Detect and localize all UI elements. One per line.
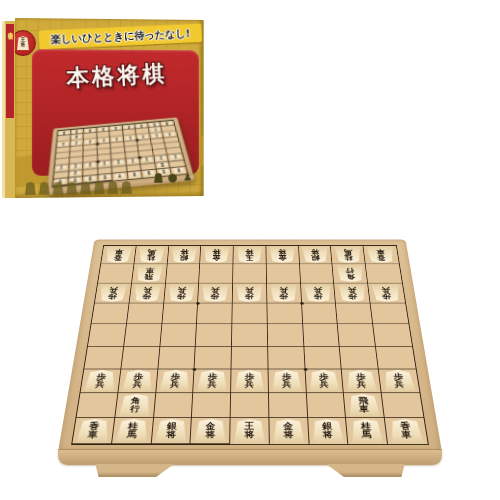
piece-character: 馬 [127, 430, 138, 439]
piece-character: 歩 [279, 293, 288, 300]
piece-character: 歩 [211, 293, 220, 300]
board-cell: 玉将 [233, 246, 266, 264]
board-cell [192, 393, 231, 418]
board-cell: 銀将 [308, 418, 349, 444]
piece-character: 車 [87, 430, 98, 439]
piece-character: 兵 [170, 381, 180, 389]
piece-character: 将 [127, 125, 130, 127]
shogi-piece: 金将 [194, 419, 227, 442]
shogi-piece: 玉将 [236, 247, 263, 263]
board-grid: 香車桂馬銀将金将玉将金将銀将桂馬香車飛車角行歩兵歩兵歩兵歩兵歩兵歩兵歩兵歩兵歩兵… [71, 245, 429, 445]
king-piece-icon: 王 将 [17, 36, 29, 50]
piece-character: 兵 [75, 141, 78, 143]
piece-character: 銀 [179, 255, 188, 261]
shogi-piece: 歩兵 [167, 284, 196, 302]
shogi-piece: 香車 [76, 419, 111, 442]
shogi-piece: 桂馬 [115, 419, 149, 442]
board-cell [304, 346, 342, 369]
shogi-piece: 銀将 [301, 247, 329, 263]
piece-character: 兵 [95, 381, 106, 389]
board-cell [231, 393, 270, 418]
piece-character: 兵 [132, 381, 142, 389]
spine-ribbon: 本格将棋 [6, 24, 14, 118]
board-cell [127, 304, 164, 325]
board-cell: 銀将 [299, 246, 333, 264]
board-cell: 歩兵 [118, 369, 158, 393]
shogi-piece: 飛車 [135, 265, 164, 282]
piece-character: 車 [76, 135, 79, 137]
board-cell: 歩兵 [156, 369, 195, 393]
shogi-piece: 香車 [388, 419, 424, 443]
piece-character: 車 [145, 267, 154, 273]
board-cell [91, 304, 129, 325]
piece-character: 香 [114, 255, 123, 261]
board-cell [88, 324, 127, 346]
board-cell: 歩兵 [231, 369, 269, 393]
board-cell [124, 324, 162, 346]
star-point [300, 302, 304, 305]
board-cell: 香車 [364, 246, 399, 264]
piece-character: 歩 [142, 293, 151, 300]
board-cell [307, 393, 347, 418]
piece-character: 将 [278, 249, 286, 255]
board-cell [166, 264, 201, 283]
board-cell [121, 346, 160, 369]
piece-character: 兵 [168, 132, 171, 134]
board-cell [76, 393, 118, 418]
board-cell [366, 264, 402, 283]
shogi-piece: 角行 [335, 265, 364, 282]
board-cell: 金将 [200, 246, 233, 264]
board-cell: 歩兵 [233, 284, 267, 304]
board-cell: 歩兵 [342, 369, 382, 393]
piece-character: 銀 [311, 255, 320, 261]
board-cell: 歩兵 [193, 369, 231, 393]
piece-character: 歩 [382, 293, 392, 300]
piece-character: 将 [89, 129, 91, 131]
board-cell: 歩兵 [305, 369, 344, 393]
shogi-piece: 銀将 [311, 419, 345, 443]
board-cell [300, 264, 335, 283]
board-cell: 王将 [230, 418, 269, 444]
shogi-piece: 銀将 [154, 419, 188, 442]
piece-character: 兵 [279, 287, 288, 294]
board-cell: 歩兵 [198, 284, 233, 304]
shogi-piece: 歩兵 [234, 370, 265, 391]
board-cell: 角行 [333, 264, 368, 283]
piece-character: 兵 [245, 287, 254, 294]
piece-character: 香 [377, 255, 386, 261]
piece-character: 車 [166, 122, 169, 124]
shogi-piece: 歩兵 [159, 370, 191, 391]
piece-character: 兵 [207, 381, 217, 389]
slogan-text: 楽しいひとときに待ったなし! [50, 26, 190, 46]
board-cell: 桂馬 [134, 246, 169, 264]
piece-character: 兵 [245, 381, 254, 389]
board-cell [84, 346, 124, 369]
piece-character: 将 [205, 430, 215, 439]
shogi-piece: 桂馬 [137, 247, 166, 263]
piece-character: 将 [102, 127, 105, 129]
board-cell [268, 324, 304, 346]
piece-character: 馬 [76, 130, 79, 132]
board-cell: 角行 [115, 393, 156, 418]
piece-silhouette [39, 182, 50, 195]
piece-character: 兵 [381, 287, 390, 294]
piece-character: 兵 [282, 381, 292, 389]
board-cell [232, 324, 268, 346]
piece-character: 将 [284, 431, 294, 440]
shogi-piece: 銀将 [170, 247, 198, 263]
board-cell: 香車 [101, 246, 136, 264]
spine-title: 本格将棋 [8, 27, 13, 31]
piece-character: 車 [359, 405, 369, 413]
piece-character: 行 [345, 267, 354, 273]
badge-char-bottom: 将 [21, 43, 25, 48]
piece-character: 兵 [319, 381, 329, 389]
piece-character: 将 [311, 249, 320, 255]
board-cell [158, 346, 196, 369]
shogi-piece: 歩兵 [308, 370, 340, 391]
shogi-piece: 飛車 [347, 394, 381, 416]
piece-character: 兵 [357, 381, 367, 389]
shogi-piece: 歩兵 [303, 284, 332, 302]
piece-character: 車 [114, 249, 123, 255]
board-cell [302, 304, 338, 325]
piece-character: 歩 [245, 293, 254, 300]
board-cell [195, 346, 232, 369]
shogi-piece: 歩兵 [270, 284, 299, 302]
piece-character: 兵 [128, 136, 131, 138]
piece-character: 歩 [314, 293, 323, 300]
shogi-piece: 香車 [366, 247, 396, 263]
board-cell: 香車 [72, 418, 115, 444]
board-cell [268, 346, 305, 369]
piece-character: 馬 [362, 431, 373, 440]
board-cell [373, 324, 412, 346]
piece-character: 金 [278, 255, 286, 261]
shogi-piece: 歩兵 [98, 284, 128, 302]
piece-character: 桂 [344, 255, 353, 261]
piece-character: 兵 [211, 287, 220, 294]
board-cell: 飛車 [344, 393, 385, 418]
shogi-piece: 金将 [269, 247, 296, 263]
board-cell: 歩兵 [368, 284, 405, 304]
board-cell: 銀将 [167, 246, 201, 264]
board-cell: 銀将 [151, 418, 192, 444]
board-front-edge [58, 449, 442, 465]
piece-character: 車 [401, 431, 412, 440]
box-spine: 本格将棋 [2, 21, 16, 198]
board-cell [197, 304, 233, 325]
board-cell [382, 393, 424, 418]
piece-character: 車 [376, 249, 385, 255]
piece-character: 兵 [109, 287, 118, 294]
shogi-piece: 金将 [272, 419, 305, 443]
shogi-piece: 歩兵 [345, 370, 378, 391]
board-cell: 桂馬 [331, 246, 366, 264]
board-cell: 歩兵 [379, 369, 420, 393]
piece-character: 行 [154, 128, 157, 130]
board-cell [160, 324, 197, 346]
board-cell [269, 393, 308, 418]
star-point [303, 368, 307, 371]
piece-character: 行 [129, 405, 139, 413]
board-cell [303, 324, 340, 346]
board-cell [154, 393, 194, 418]
piece-character: 将 [140, 124, 143, 126]
board-cell: 飛車 [132, 264, 167, 283]
board-cell: 金将 [191, 418, 231, 444]
board-cell: 歩兵 [334, 284, 370, 304]
shogi-piece: 香車 [104, 247, 133, 263]
shogi-piece: 歩兵 [84, 370, 118, 391]
piece-character: 車 [63, 131, 66, 133]
board-cell: 金将 [266, 246, 299, 264]
piece-character: 兵 [143, 287, 152, 294]
board-cell [376, 346, 416, 369]
board-cell: 金将 [269, 418, 309, 444]
piece-character: 馬 [343, 249, 352, 255]
piece-character: 馬 [147, 249, 156, 255]
piece-character: 兵 [102, 138, 105, 140]
shogi-piece: 歩兵 [337, 284, 367, 302]
board-cell: 香車 [385, 418, 428, 444]
shogi-piece: 金将 [203, 247, 230, 263]
board-cell [371, 304, 409, 325]
shogi-piece: 王将 [233, 419, 265, 443]
piece-character: 兵 [313, 287, 322, 294]
board-cell [267, 264, 301, 283]
shogi-piece: 歩兵 [201, 284, 230, 302]
board-cell [162, 304, 198, 325]
shogi-piece: 歩兵 [121, 370, 154, 391]
board-cell [340, 346, 379, 369]
shogi-piece: 角行 [118, 394, 152, 416]
board-cell: 歩兵 [268, 369, 306, 393]
piece-character: 歩 [108, 293, 118, 300]
piece-character: 歩 [348, 293, 357, 300]
piece-character: 馬 [153, 123, 156, 125]
piece-character: 兵 [394, 381, 405, 389]
piece-character: 歩 [177, 293, 186, 300]
piece-character: 金 [212, 255, 220, 261]
board-foot-left [92, 464, 174, 477]
board-cell [199, 264, 233, 283]
board-cell [98, 264, 134, 283]
piece-character: 桂 [147, 255, 156, 261]
shogi-piece: 桂馬 [350, 419, 385, 443]
board-cell [338, 324, 376, 346]
board-cell: 歩兵 [129, 284, 165, 304]
piece-character: 将 [166, 430, 176, 439]
board-cell: 歩兵 [301, 284, 337, 304]
shogi-piece: 歩兵 [271, 370, 302, 391]
shogi-piece: 歩兵 [235, 284, 263, 302]
piece-character: 兵 [347, 287, 356, 294]
shogi-piece: 歩兵 [382, 370, 416, 391]
piece-character: 将 [180, 249, 189, 255]
board-cell [232, 304, 267, 325]
board-cell [267, 304, 303, 325]
board-cell [232, 346, 269, 369]
piece-character: 将 [245, 249, 253, 255]
board-cell [336, 304, 373, 325]
piece-character: 兵 [115, 137, 118, 139]
board-cell: 歩兵 [80, 369, 121, 393]
piece-silhouette [25, 182, 36, 195]
shogi-piece: 桂馬 [334, 247, 363, 263]
board-frame: 香車桂馬銀将金将玉将金将銀将桂馬香車飛車角行歩兵歩兵歩兵歩兵歩兵歩兵歩兵歩兵歩兵… [58, 239, 442, 452]
piece-character: 将 [245, 431, 255, 440]
piece-character: 玉 [245, 255, 253, 261]
shogi-piece: 歩兵 [371, 284, 402, 302]
shogi-board-assembly: 香車桂馬銀将金将玉将金将銀将桂馬香車飛車角行歩兵歩兵歩兵歩兵歩兵歩兵歩兵歩兵歩兵… [58, 152, 442, 482]
piece-character: 将 [323, 431, 333, 440]
piece-character: 将 [213, 249, 221, 255]
board-cell: 桂馬 [346, 418, 388, 444]
board-cell: 歩兵 [164, 284, 200, 304]
board-cell: 桂馬 [112, 418, 154, 444]
piece-character: 将 [114, 126, 117, 128]
board-cell: 歩兵 [267, 284, 302, 304]
product-photo: 本格将棋 楽しいひとときに待ったなし! 本格将棋 王 将 香車桂馬銀将金将玉将金… [0, 0, 500, 500]
board-cell: 歩兵 [95, 284, 132, 304]
shogi-piece: 歩兵 [132, 284, 162, 302]
piece-character: 兵 [89, 139, 92, 141]
board-foot-right [326, 464, 408, 477]
shogi-piece: 歩兵 [197, 370, 228, 391]
piece-character: 兵 [177, 287, 186, 294]
piece-character: 兵 [155, 133, 158, 135]
piece-character: 飛 [144, 273, 153, 279]
piece-character: 兵 [142, 134, 145, 136]
board-cell [233, 264, 267, 283]
piece-character: 兵 [62, 142, 65, 144]
piece-character: 角 [346, 273, 355, 279]
shogi-board: 香車桂馬銀将金将玉将金将銀将桂馬香車飛車角行歩兵歩兵歩兵歩兵歩兵歩兵歩兵歩兵歩兵… [58, 239, 442, 452]
board-cell [196, 324, 232, 346]
